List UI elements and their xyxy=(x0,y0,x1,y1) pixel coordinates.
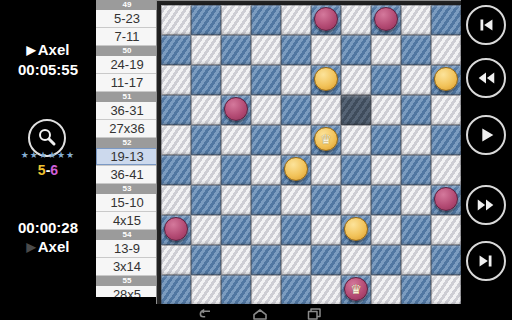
board-cell[interactable] xyxy=(221,155,251,185)
yellow-man[interactable] xyxy=(434,67,458,91)
board-cell[interactable] xyxy=(221,5,251,35)
move-cell-current[interactable]: 19-13 xyxy=(96,148,158,166)
board-cell[interactable] xyxy=(221,95,251,125)
board-cell[interactable] xyxy=(311,215,341,245)
top-player-clock: ▶Axel 00:05:55 xyxy=(0,40,96,79)
board-cell[interactable] xyxy=(191,215,221,245)
play-icon xyxy=(475,124,497,146)
skip-to-end-button[interactable] xyxy=(466,241,506,281)
board-cell[interactable] xyxy=(221,245,251,275)
move-cell[interactable]: 28x5 xyxy=(96,286,158,297)
board-cell[interactable] xyxy=(341,245,371,275)
board-cell[interactable] xyxy=(161,35,191,65)
fast-forward-icon xyxy=(475,194,497,216)
search-icon xyxy=(36,126,58,151)
board-cell[interactable] xyxy=(431,95,461,125)
move-cell[interactable]: 27x36 xyxy=(96,120,158,138)
board-cell[interactable] xyxy=(341,35,371,65)
board-cell[interactable] xyxy=(371,245,401,275)
move-number: 55 xyxy=(96,276,158,286)
board-cell[interactable] xyxy=(431,35,461,65)
board-cell[interactable] xyxy=(161,5,191,35)
top-player-name: ▶Axel xyxy=(0,40,96,60)
move-cell[interactable]: 3x14 xyxy=(96,258,158,276)
left-panel: ▶Axel 00:05:55 ★★★★★★ 5-6 00:00:28 ▶Axel xyxy=(0,0,96,320)
board-cell[interactable] xyxy=(401,35,431,65)
skip-to-start-button[interactable] xyxy=(466,5,506,45)
rewind-icon xyxy=(475,67,497,89)
board-cell[interactable] xyxy=(431,275,461,305)
turn-indicator-icon: ▶ xyxy=(27,43,36,57)
board-cell[interactable] xyxy=(191,5,221,35)
move-number: 49 xyxy=(96,0,158,10)
board-cell[interactable] xyxy=(371,125,401,155)
board-cell[interactable] xyxy=(221,65,251,95)
board-cell[interactable] xyxy=(401,95,431,125)
recents-icon[interactable] xyxy=(306,306,322,318)
board-cell[interactable] xyxy=(371,185,401,215)
board-cell[interactable] xyxy=(311,95,341,125)
move-number: 54 xyxy=(96,230,158,240)
board-cell[interactable] xyxy=(221,185,251,215)
board-cell[interactable] xyxy=(431,65,461,95)
board-cell[interactable] xyxy=(311,35,341,65)
move-number: 52 xyxy=(96,138,158,148)
board-cell[interactable] xyxy=(221,215,251,245)
board-cell[interactable] xyxy=(191,275,221,305)
board-cell[interactable]: ♛ xyxy=(341,275,371,305)
move-cell[interactable]: 15-10 xyxy=(96,194,158,212)
board-cell[interactable] xyxy=(161,245,191,275)
board-cell[interactable] xyxy=(311,185,341,215)
crown-icon: ♛ xyxy=(350,283,362,296)
move-cell[interactable]: 4x15 xyxy=(96,212,158,230)
maroon-man[interactable] xyxy=(314,7,338,31)
board-cell[interactable] xyxy=(281,35,311,65)
replay-controls xyxy=(461,0,512,320)
board-cell[interactable] xyxy=(401,275,431,305)
board-cell[interactable] xyxy=(401,5,431,35)
yellow-man[interactable] xyxy=(314,67,338,91)
move-cell[interactable]: 36-41 xyxy=(96,166,158,184)
app-screen: ▶Axel 00:05:55 ★★★★★★ 5-6 00:00:28 ▶Axel… xyxy=(0,0,512,320)
board-cell[interactable] xyxy=(251,215,281,245)
yellow-man[interactable] xyxy=(344,217,368,241)
board-cell[interactable] xyxy=(251,125,281,155)
board-cell[interactable] xyxy=(281,65,311,95)
bottom-player-clock: 00:00:28 ▶Axel xyxy=(0,218,96,257)
turn-indicator-icon: ▶ xyxy=(27,240,36,254)
board-cell[interactable] xyxy=(341,125,371,155)
fast-forward-button[interactable] xyxy=(466,185,506,225)
board-cell[interactable] xyxy=(341,185,371,215)
move-cell[interactable]: 24-19 xyxy=(96,56,158,74)
board-cell[interactable] xyxy=(161,65,191,95)
board-cell[interactable] xyxy=(311,245,341,275)
board-cell[interactable] xyxy=(311,65,341,95)
board-cell[interactable] xyxy=(191,245,221,275)
move-cell[interactable]: 11-17 xyxy=(96,74,158,92)
skip-to-start-icon xyxy=(475,14,497,36)
board-cell[interactable] xyxy=(251,155,281,185)
board-cell[interactable] xyxy=(431,155,461,185)
board-cell[interactable] xyxy=(371,215,401,245)
board-cell[interactable] xyxy=(191,95,221,125)
board-cell[interactable] xyxy=(371,35,401,65)
move-cell[interactable]: 13-9 xyxy=(96,240,158,258)
skip-to-end-icon xyxy=(475,250,497,272)
maroon-man[interactable] xyxy=(164,217,188,241)
move-cell[interactable]: 5-23 xyxy=(96,10,158,28)
move-cell[interactable]: 7-11 xyxy=(96,28,158,46)
board: ♛♛ xyxy=(161,5,461,305)
board-cell[interactable] xyxy=(221,275,251,305)
android-nav-bar xyxy=(0,304,512,320)
board-cell[interactable] xyxy=(251,95,281,125)
move-number: 50 xyxy=(96,46,158,56)
back-icon[interactable] xyxy=(197,306,213,318)
board-cell[interactable] xyxy=(431,5,461,35)
score-display: 5-6 xyxy=(0,162,96,178)
home-icon[interactable] xyxy=(252,306,268,318)
board-cell[interactable] xyxy=(161,95,191,125)
board-cell[interactable] xyxy=(281,155,311,185)
bottom-player-time: 00:00:28 xyxy=(0,218,96,237)
board-cell[interactable] xyxy=(371,5,401,35)
board-cell[interactable] xyxy=(191,185,221,215)
board-cell-highlighted[interactable] xyxy=(341,95,371,125)
board-cell[interactable] xyxy=(431,185,461,215)
board-cell[interactable] xyxy=(281,125,311,155)
board-cell[interactable] xyxy=(251,65,281,95)
maroon-man[interactable] xyxy=(374,7,398,31)
score-maroon: 6 xyxy=(50,162,58,178)
move-cell[interactable]: 36-31 xyxy=(96,102,158,120)
play-button[interactable] xyxy=(466,115,506,155)
board-cell[interactable] xyxy=(311,275,341,305)
board-cell[interactable] xyxy=(401,215,431,245)
board-cell[interactable] xyxy=(431,245,461,275)
board-cell[interactable] xyxy=(341,5,371,35)
board-cell[interactable] xyxy=(281,215,311,245)
move-number: 51 xyxy=(96,92,158,102)
board-cell[interactable] xyxy=(401,125,431,155)
board-cell[interactable] xyxy=(251,275,281,305)
rewind-button[interactable] xyxy=(466,58,506,98)
board-cell[interactable] xyxy=(281,245,311,275)
board-cell[interactable] xyxy=(161,185,191,215)
crown-icon: ♛ xyxy=(320,133,332,146)
board-cell[interactable] xyxy=(281,95,311,125)
board-cell[interactable] xyxy=(341,215,371,245)
board-cell[interactable] xyxy=(311,155,341,185)
board-cell[interactable] xyxy=(431,215,461,245)
move-number: 53 xyxy=(96,184,158,194)
bottom-player-name: ▶Axel xyxy=(0,237,96,257)
board-cell[interactable]: ♛ xyxy=(311,125,341,155)
board-cell[interactable] xyxy=(401,185,431,215)
board-frame: ♛♛ xyxy=(156,0,466,310)
board-cell[interactable] xyxy=(191,125,221,155)
board-cell[interactable] xyxy=(161,275,191,305)
board-cell[interactable] xyxy=(161,215,191,245)
move-list[interactable]: 495-237-115024-1911-175136-3127x365219-1… xyxy=(96,0,158,297)
board-cell[interactable] xyxy=(281,275,311,305)
board-cell[interactable] xyxy=(281,185,311,215)
board-cell[interactable] xyxy=(251,5,281,35)
board-cell[interactable] xyxy=(161,125,191,155)
board-cell[interactable] xyxy=(251,245,281,275)
board-cell[interactable] xyxy=(251,35,281,65)
board-cell[interactable] xyxy=(341,155,371,185)
maroon-man[interactable] xyxy=(434,187,458,211)
yellow-king[interactable]: ♛ xyxy=(314,127,338,151)
board-cell[interactable] xyxy=(341,65,371,95)
maroon-king[interactable]: ♛ xyxy=(344,277,368,301)
board-cell[interactable] xyxy=(191,65,221,95)
board-cell[interactable] xyxy=(401,245,431,275)
board-cell[interactable] xyxy=(371,155,401,185)
board-cell[interactable] xyxy=(221,35,251,65)
maroon-man[interactable] xyxy=(224,97,248,121)
board-cell[interactable] xyxy=(431,125,461,155)
rating-stars: ★★★★★★ xyxy=(0,150,96,160)
board-cell[interactable] xyxy=(161,155,191,185)
board-cell[interactable] xyxy=(221,125,251,155)
yellow-man[interactable] xyxy=(284,157,308,181)
board-cell[interactable] xyxy=(251,185,281,215)
score-yellow: 5 xyxy=(38,162,46,178)
board-cell[interactable] xyxy=(191,35,221,65)
board-cell[interactable] xyxy=(401,65,431,95)
board-cell[interactable] xyxy=(401,155,431,185)
board-cell[interactable] xyxy=(281,5,311,35)
board-cell[interactable] xyxy=(311,5,341,35)
board-cell[interactable] xyxy=(371,65,401,95)
board-cell[interactable] xyxy=(371,275,401,305)
board-cell[interactable] xyxy=(371,95,401,125)
board-cell[interactable] xyxy=(191,155,221,185)
top-player-time: 00:05:55 xyxy=(0,60,96,79)
